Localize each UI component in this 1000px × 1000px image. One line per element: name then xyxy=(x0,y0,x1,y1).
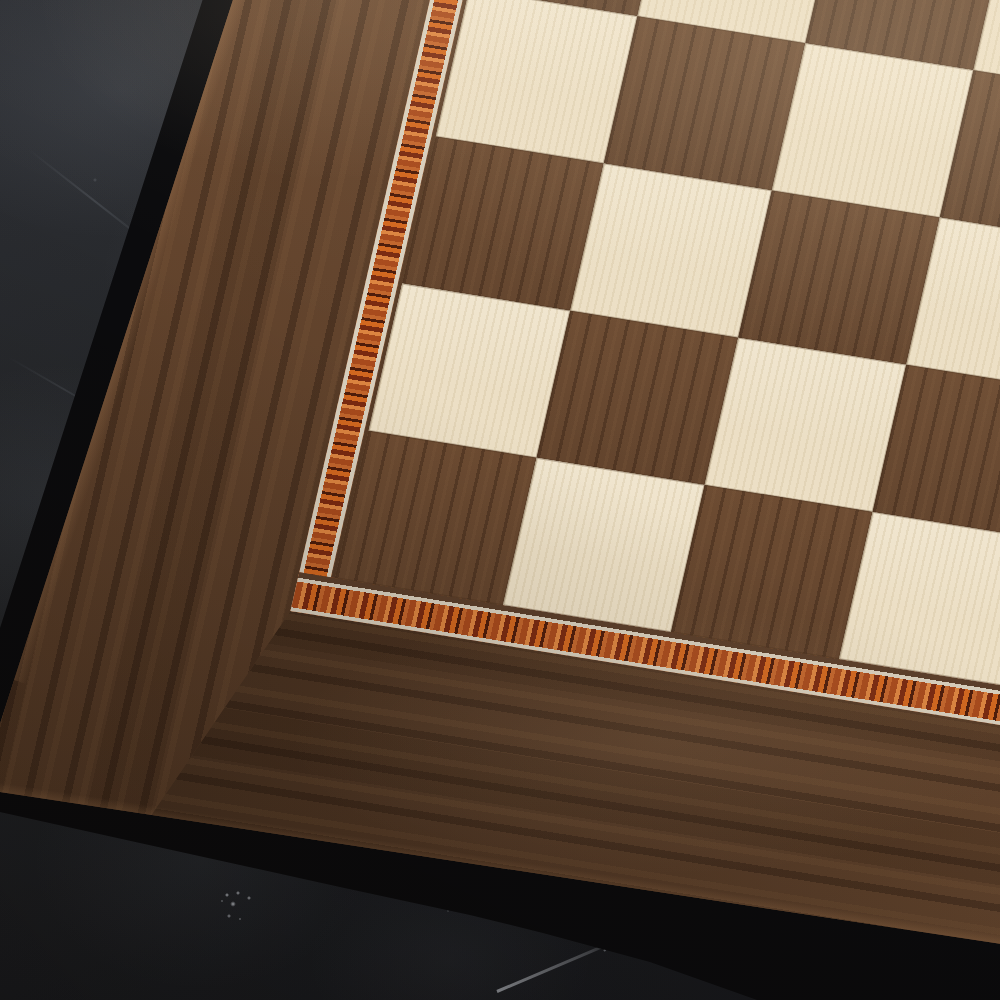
square-b3 xyxy=(570,163,772,337)
square-c2 xyxy=(705,338,907,512)
square-b1 xyxy=(503,458,705,632)
square-a3 xyxy=(402,136,604,310)
square-a1 xyxy=(335,431,537,605)
square-c1 xyxy=(671,485,873,659)
square-b2 xyxy=(537,311,739,485)
square-b4 xyxy=(604,16,806,190)
square-a2 xyxy=(369,284,571,458)
board-photo-scene xyxy=(0,0,1000,1000)
square-c4 xyxy=(772,43,974,217)
square-a4 xyxy=(436,0,638,163)
square-c3 xyxy=(738,190,940,364)
